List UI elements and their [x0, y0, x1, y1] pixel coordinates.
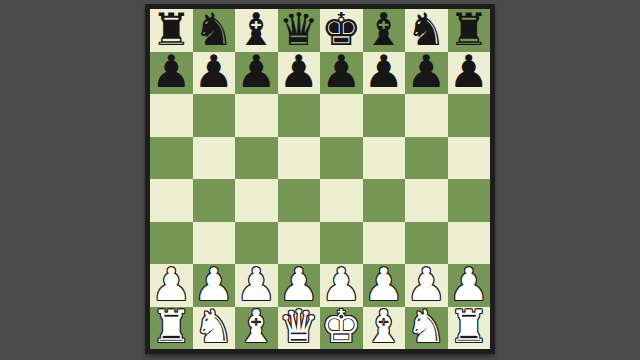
piece-black-knight[interactable]: ♞ — [406, 9, 446, 52]
piece-white-rook[interactable]: ♜ — [151, 307, 191, 350]
piece-black-queen[interactable]: ♛ — [279, 9, 319, 52]
piece-black-pawn[interactable]: ♟ — [406, 52, 446, 95]
piece-black-pawn[interactable]: ♟ — [449, 52, 489, 95]
square-a3[interactable] — [150, 222, 193, 265]
piece-white-pawn[interactable]: ♟ — [321, 264, 361, 307]
piece-black-pawn[interactable]: ♟ — [236, 52, 276, 95]
square-d2[interactable]: ♟ — [278, 264, 321, 307]
square-c1[interactable]: ♝ — [235, 307, 278, 350]
square-b5[interactable] — [193, 137, 236, 180]
square-b2[interactable]: ♟ — [193, 264, 236, 307]
square-c7[interactable]: ♟ — [235, 52, 278, 95]
square-b1[interactable]: ♞ — [193, 307, 236, 350]
square-g7[interactable]: ♟ — [405, 52, 448, 95]
piece-white-pawn[interactable]: ♟ — [364, 264, 404, 307]
square-a2[interactable]: ♟ — [150, 264, 193, 307]
piece-white-pawn[interactable]: ♟ — [449, 264, 489, 307]
board-grid: ♜♞♝♛♚♝♞♜♟♟♟♟♟♟♟♟♟♟♟♟♟♟♟♟♜♞♝♛♚♝♞♜ — [150, 9, 490, 349]
square-g6[interactable] — [405, 94, 448, 137]
square-e2[interactable]: ♟ — [320, 264, 363, 307]
square-g4[interactable] — [405, 179, 448, 222]
square-d6[interactable] — [278, 94, 321, 137]
square-d3[interactable] — [278, 222, 321, 265]
square-g2[interactable]: ♟ — [405, 264, 448, 307]
piece-white-knight[interactable]: ♞ — [406, 307, 446, 350]
square-h5[interactable] — [448, 137, 491, 180]
square-c5[interactable] — [235, 137, 278, 180]
piece-white-king[interactable]: ♚ — [321, 307, 361, 350]
piece-white-queen[interactable]: ♛ — [279, 307, 319, 350]
square-a5[interactable] — [150, 137, 193, 180]
square-f3[interactable] — [363, 222, 406, 265]
square-a8[interactable]: ♜ — [150, 9, 193, 52]
square-a6[interactable] — [150, 94, 193, 137]
piece-white-bishop[interactable]: ♝ — [364, 307, 404, 350]
square-c8[interactable]: ♝ — [235, 9, 278, 52]
square-f8[interactable]: ♝ — [363, 9, 406, 52]
square-e5[interactable] — [320, 137, 363, 180]
piece-black-bishop[interactable]: ♝ — [364, 9, 404, 52]
piece-white-pawn[interactable]: ♟ — [194, 264, 234, 307]
piece-black-pawn[interactable]: ♟ — [321, 52, 361, 95]
square-d4[interactable] — [278, 179, 321, 222]
square-b8[interactable]: ♞ — [193, 9, 236, 52]
square-g3[interactable] — [405, 222, 448, 265]
piece-white-pawn[interactable]: ♟ — [406, 264, 446, 307]
square-a1[interactable]: ♜ — [150, 307, 193, 350]
square-a4[interactable] — [150, 179, 193, 222]
square-b6[interactable] — [193, 94, 236, 137]
square-h6[interactable] — [448, 94, 491, 137]
square-d5[interactable] — [278, 137, 321, 180]
piece-black-bishop[interactable]: ♝ — [236, 9, 276, 52]
square-e7[interactable]: ♟ — [320, 52, 363, 95]
square-g1[interactable]: ♞ — [405, 307, 448, 350]
square-e6[interactable] — [320, 94, 363, 137]
square-d8[interactable]: ♛ — [278, 9, 321, 52]
piece-black-pawn[interactable]: ♟ — [364, 52, 404, 95]
square-b4[interactable] — [193, 179, 236, 222]
square-c6[interactable] — [235, 94, 278, 137]
square-c3[interactable] — [235, 222, 278, 265]
piece-black-pawn[interactable]: ♟ — [194, 52, 234, 95]
chess-board: ♜♞♝♛♚♝♞♜♟♟♟♟♟♟♟♟♟♟♟♟♟♟♟♟♜♞♝♛♚♝♞♜ — [145, 4, 495, 354]
square-d7[interactable]: ♟ — [278, 52, 321, 95]
square-f4[interactable] — [363, 179, 406, 222]
piece-white-bishop[interactable]: ♝ — [236, 307, 276, 350]
square-e8[interactable]: ♚ — [320, 9, 363, 52]
square-b3[interactable] — [193, 222, 236, 265]
square-c2[interactable]: ♟ — [235, 264, 278, 307]
piece-black-rook[interactable]: ♜ — [151, 9, 191, 52]
square-h4[interactable] — [448, 179, 491, 222]
square-g8[interactable]: ♞ — [405, 9, 448, 52]
piece-black-rook[interactable]: ♜ — [449, 9, 489, 52]
piece-black-king[interactable]: ♚ — [321, 9, 361, 52]
square-d1[interactable]: ♛ — [278, 307, 321, 350]
square-h3[interactable] — [448, 222, 491, 265]
square-g5[interactable] — [405, 137, 448, 180]
piece-white-pawn[interactable]: ♟ — [279, 264, 319, 307]
square-e1[interactable]: ♚ — [320, 307, 363, 350]
square-b7[interactable]: ♟ — [193, 52, 236, 95]
square-a7[interactable]: ♟ — [150, 52, 193, 95]
square-h7[interactable]: ♟ — [448, 52, 491, 95]
piece-white-knight[interactable]: ♞ — [194, 307, 234, 350]
piece-black-pawn[interactable]: ♟ — [151, 52, 191, 95]
square-e4[interactable] — [320, 179, 363, 222]
piece-black-knight[interactable]: ♞ — [194, 9, 234, 52]
piece-white-rook[interactable]: ♜ — [449, 307, 489, 350]
square-c4[interactable] — [235, 179, 278, 222]
square-f5[interactable] — [363, 137, 406, 180]
piece-black-pawn[interactable]: ♟ — [279, 52, 319, 95]
square-h8[interactable]: ♜ — [448, 9, 491, 52]
square-f1[interactable]: ♝ — [363, 307, 406, 350]
background: ♜♞♝♛♚♝♞♜♟♟♟♟♟♟♟♟♟♟♟♟♟♟♟♟♜♞♝♛♚♝♞♜ — [0, 0, 640, 360]
square-f2[interactable]: ♟ — [363, 264, 406, 307]
square-f6[interactable] — [363, 94, 406, 137]
piece-white-pawn[interactable]: ♟ — [236, 264, 276, 307]
square-f7[interactable]: ♟ — [363, 52, 406, 95]
square-h2[interactable]: ♟ — [448, 264, 491, 307]
square-e3[interactable] — [320, 222, 363, 265]
piece-white-pawn[interactable]: ♟ — [151, 264, 191, 307]
square-h1[interactable]: ♜ — [448, 307, 491, 350]
